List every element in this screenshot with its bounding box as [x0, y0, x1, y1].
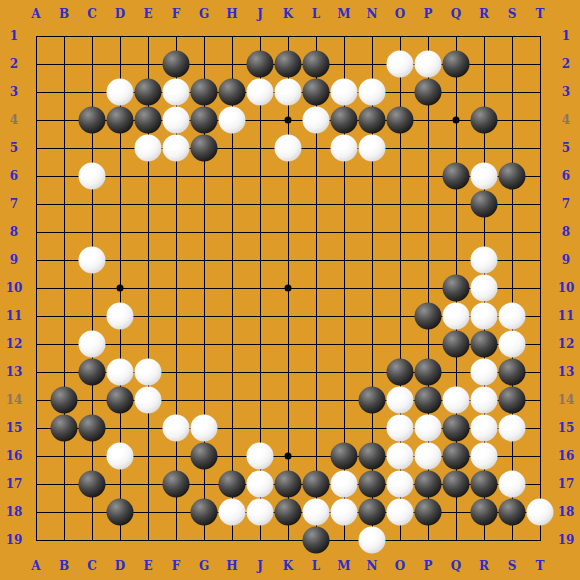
star-point — [453, 117, 460, 124]
black-stone-C13[interactable] — [79, 359, 106, 386]
row-label: 14 — [558, 394, 575, 406]
row-label: 11 — [6, 310, 23, 322]
column-label: M — [337, 8, 350, 20]
black-stone-D4[interactable] — [107, 107, 134, 134]
white-stone-D3[interactable] — [107, 79, 134, 106]
black-stone-M16[interactable] — [331, 443, 358, 470]
column-label: R — [479, 8, 489, 20]
column-label: P — [423, 8, 432, 20]
white-stone-S15[interactable] — [499, 415, 526, 442]
row-label: 16 — [6, 450, 23, 462]
row-label: 18 — [558, 506, 575, 518]
row-label: 6 — [10, 170, 18, 182]
white-stone-N5[interactable] — [359, 135, 386, 162]
white-stone-R10[interactable] — [471, 275, 498, 302]
star-point — [285, 117, 292, 124]
black-stone-P17[interactable] — [415, 471, 442, 498]
black-stone-O4[interactable] — [387, 107, 414, 134]
white-stone-R15[interactable] — [471, 415, 498, 442]
black-stone-R17[interactable] — [471, 471, 498, 498]
black-stone-P11[interactable] — [415, 303, 442, 330]
black-stone-Q2[interactable] — [443, 51, 470, 78]
column-label: T — [536, 560, 545, 572]
white-stone-P2[interactable] — [415, 51, 442, 78]
black-stone-S18[interactable] — [499, 499, 526, 526]
white-stone-T18[interactable] — [527, 499, 554, 526]
column-label: N — [367, 560, 378, 572]
column-label: P — [423, 560, 432, 572]
row-label: 3 — [562, 86, 570, 98]
black-stone-B15[interactable] — [51, 415, 78, 442]
black-stone-H17[interactable] — [219, 471, 246, 498]
row-label: 4 — [10, 114, 18, 126]
column-label: F — [172, 560, 181, 572]
black-stone-E4[interactable] — [135, 107, 162, 134]
row-label: 15 — [6, 422, 23, 434]
black-stone-K17[interactable] — [275, 471, 302, 498]
white-stone-K5[interactable] — [275, 135, 302, 162]
black-stone-K2[interactable] — [275, 51, 302, 78]
white-stone-R9[interactable] — [471, 247, 498, 274]
row-label: 8 — [10, 226, 18, 238]
column-label: C — [87, 8, 97, 20]
black-stone-O13[interactable] — [387, 359, 414, 386]
black-stone-Q6[interactable] — [443, 163, 470, 190]
row-label: 19 — [558, 534, 575, 546]
column-label: L — [312, 560, 320, 572]
black-stone-H3[interactable] — [219, 79, 246, 106]
black-stone-J2[interactable] — [247, 51, 274, 78]
black-stone-G5[interactable] — [191, 135, 218, 162]
row-label: 6 — [562, 170, 570, 182]
column-label: M — [337, 560, 350, 572]
white-stone-D11[interactable] — [107, 303, 134, 330]
column-label: L — [312, 8, 320, 20]
row-label: 11 — [558, 310, 575, 322]
black-stone-S6[interactable] — [499, 163, 526, 190]
white-stone-F5[interactable] — [163, 135, 190, 162]
column-label: B — [59, 8, 69, 20]
column-label: T — [536, 8, 545, 20]
white-stone-M17[interactable] — [331, 471, 358, 498]
black-stone-K18[interactable] — [275, 499, 302, 526]
row-label: 19 — [6, 534, 23, 546]
star-point — [117, 285, 124, 292]
row-label: 10 — [6, 282, 23, 294]
black-stone-N14[interactable] — [359, 387, 386, 414]
black-stone-P14[interactable] — [415, 387, 442, 414]
black-stone-L19[interactable] — [303, 527, 330, 554]
column-label: E — [143, 560, 152, 572]
column-label: H — [226, 560, 237, 572]
column-label: J — [257, 560, 263, 572]
star-point — [285, 453, 292, 460]
row-label: 12 — [558, 338, 575, 350]
black-stone-G3[interactable] — [191, 79, 218, 106]
column-label: E — [143, 8, 152, 20]
black-stone-P3[interactable] — [415, 79, 442, 106]
column-label: K — [283, 560, 293, 572]
black-stone-L2[interactable] — [303, 51, 330, 78]
row-label: 3 — [10, 86, 18, 98]
column-label: H — [226, 8, 237, 20]
black-stone-S14[interactable] — [499, 387, 526, 414]
star-point — [285, 285, 292, 292]
white-stone-D13[interactable] — [107, 359, 134, 386]
white-stone-K3[interactable] — [275, 79, 302, 106]
white-stone-C9[interactable] — [79, 247, 106, 274]
row-label: 4 — [562, 114, 570, 126]
white-stone-E14[interactable] — [135, 387, 162, 414]
white-stone-R14[interactable] — [471, 387, 498, 414]
row-label: 18 — [6, 506, 23, 518]
white-stone-L18[interactable] — [303, 499, 330, 526]
white-stone-E5[interactable] — [135, 135, 162, 162]
black-stone-N18[interactable] — [359, 499, 386, 526]
column-label: G — [199, 8, 209, 20]
white-stone-M3[interactable] — [331, 79, 358, 106]
white-stone-H18[interactable] — [219, 499, 246, 526]
black-stone-D18[interactable] — [107, 499, 134, 526]
row-label: 2 — [562, 58, 570, 70]
white-stone-P16[interactable] — [415, 443, 442, 470]
row-label: 15 — [558, 422, 575, 434]
white-stone-L4[interactable] — [303, 107, 330, 134]
column-label: O — [395, 560, 405, 572]
row-label: 9 — [10, 254, 18, 266]
row-label: 9 — [562, 254, 570, 266]
black-stone-G18[interactable] — [191, 499, 218, 526]
column-label: Q — [451, 8, 461, 20]
black-stone-D14[interactable] — [107, 387, 134, 414]
black-stone-N17[interactable] — [359, 471, 386, 498]
white-stone-F15[interactable] — [163, 415, 190, 442]
white-stone-R6[interactable] — [471, 163, 498, 190]
black-stone-N4[interactable] — [359, 107, 386, 134]
white-stone-Q11[interactable] — [443, 303, 470, 330]
black-stone-L3[interactable] — [303, 79, 330, 106]
white-stone-S11[interactable] — [499, 303, 526, 330]
column-label: C — [87, 560, 97, 572]
row-label: 17 — [6, 478, 23, 490]
white-stone-O17[interactable] — [387, 471, 414, 498]
white-stone-M18[interactable] — [331, 499, 358, 526]
row-label: 7 — [562, 198, 570, 210]
white-stone-R16[interactable] — [471, 443, 498, 470]
white-stone-O14[interactable] — [387, 387, 414, 414]
row-label: 13 — [558, 366, 575, 378]
column-label: Q — [451, 560, 461, 572]
black-stone-G4[interactable] — [191, 107, 218, 134]
white-stone-H4[interactable] — [219, 107, 246, 134]
column-label: J — [257, 8, 263, 20]
white-stone-O2[interactable] — [387, 51, 414, 78]
column-label: S — [508, 8, 517, 20]
black-stone-R7[interactable] — [471, 191, 498, 218]
row-label: 5 — [10, 142, 18, 154]
black-stone-L17[interactable] — [303, 471, 330, 498]
white-stone-D16[interactable] — [107, 443, 134, 470]
row-label: 2 — [10, 58, 18, 70]
white-stone-J16[interactable] — [247, 443, 274, 470]
column-label: N — [367, 8, 378, 20]
black-stone-S13[interactable] — [499, 359, 526, 386]
row-label: 17 — [558, 478, 575, 490]
column-label: R — [479, 560, 489, 572]
black-stone-R12[interactable] — [471, 331, 498, 358]
row-label: 10 — [558, 282, 575, 294]
white-stone-J17[interactable] — [247, 471, 274, 498]
column-label: F — [172, 8, 181, 20]
white-stone-Q14[interactable] — [443, 387, 470, 414]
row-label: 14 — [6, 394, 23, 406]
black-stone-F17[interactable] — [163, 471, 190, 498]
black-stone-C15[interactable] — [79, 415, 106, 442]
white-stone-S17[interactable] — [499, 471, 526, 498]
row-label: 8 — [562, 226, 570, 238]
white-stone-N3[interactable] — [359, 79, 386, 106]
row-label: 1 — [10, 30, 18, 42]
row-label: 5 — [562, 142, 570, 154]
column-label: K — [283, 8, 293, 20]
white-stone-J3[interactable] — [247, 79, 274, 106]
white-stone-R13[interactable] — [471, 359, 498, 386]
black-stone-Q10[interactable] — [443, 275, 470, 302]
column-label: A — [31, 560, 40, 572]
black-stone-Q17[interactable] — [443, 471, 470, 498]
white-stone-O16[interactable] — [387, 443, 414, 470]
row-label: 12 — [6, 338, 23, 350]
column-label: B — [59, 560, 69, 572]
go-board[interactable]: AABBCCDDEEFFGGHHJJKKLLMMNNOOPPQQRRSSTT11… — [0, 0, 580, 580]
white-stone-C12[interactable] — [79, 331, 106, 358]
white-stone-G15[interactable] — [191, 415, 218, 442]
black-stone-E3[interactable] — [135, 79, 162, 106]
column-label: S — [508, 560, 517, 572]
black-stone-R4[interactable] — [471, 107, 498, 134]
white-stone-P15[interactable] — [415, 415, 442, 442]
white-stone-N19[interactable] — [359, 527, 386, 554]
black-stone-Q12[interactable] — [443, 331, 470, 358]
white-stone-O18[interactable] — [387, 499, 414, 526]
white-stone-J18[interactable] — [247, 499, 274, 526]
black-stone-G16[interactable] — [191, 443, 218, 470]
column-label: G — [199, 560, 209, 572]
black-stone-B14[interactable] — [51, 387, 78, 414]
black-stone-N16[interactable] — [359, 443, 386, 470]
column-label: A — [31, 8, 40, 20]
white-stone-S12[interactable] — [499, 331, 526, 358]
row-label: 13 — [6, 366, 23, 378]
black-stone-P18[interactable] — [415, 499, 442, 526]
black-stone-F2[interactable] — [163, 51, 190, 78]
white-stone-F4[interactable] — [163, 107, 190, 134]
white-stone-R11[interactable] — [471, 303, 498, 330]
column-label: D — [115, 8, 125, 20]
row-label: 16 — [558, 450, 575, 462]
black-stone-Q15[interactable] — [443, 415, 470, 442]
white-stone-C6[interactable] — [79, 163, 106, 190]
white-stone-O15[interactable] — [387, 415, 414, 442]
black-stone-C17[interactable] — [79, 471, 106, 498]
black-stone-C4[interactable] — [79, 107, 106, 134]
white-stone-F3[interactable] — [163, 79, 190, 106]
row-label: 7 — [10, 198, 18, 210]
black-stone-R18[interactable] — [471, 499, 498, 526]
black-stone-Q16[interactable] — [443, 443, 470, 470]
row-label: 1 — [562, 30, 570, 42]
column-label: D — [115, 560, 125, 572]
white-stone-M5[interactable] — [331, 135, 358, 162]
white-stone-E13[interactable] — [135, 359, 162, 386]
black-stone-P13[interactable] — [415, 359, 442, 386]
column-label: O — [395, 8, 405, 20]
black-stone-M4[interactable] — [331, 107, 358, 134]
